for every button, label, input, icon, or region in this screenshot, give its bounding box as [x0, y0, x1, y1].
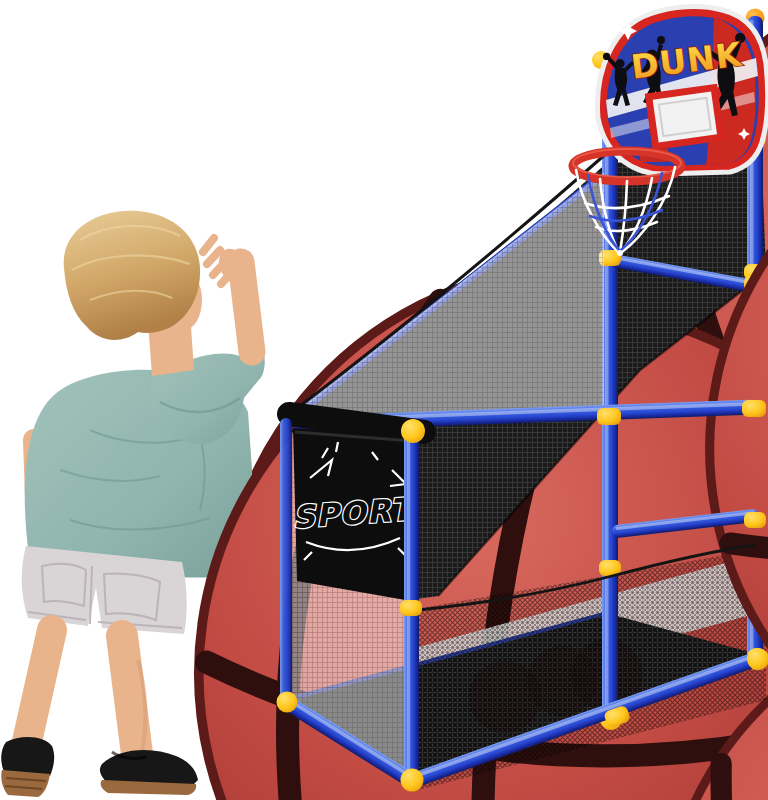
frame-post-back-left [280, 418, 292, 706]
boy-hair [64, 211, 200, 340]
scene-canvas: DUNK [0, 0, 768, 800]
product-photo: DUNK [0, 0, 768, 800]
frame-connector [401, 769, 424, 792]
ball-bag: SPORT [291, 428, 418, 601]
frame-connector [400, 600, 422, 616]
arcade-machine: DUNK [277, 7, 768, 800]
shooter-square [649, 88, 721, 147]
boy-right-shoe [100, 750, 198, 795]
frame-connector [747, 648, 768, 670]
frame-connector [597, 408, 621, 425]
boy-right-leg [122, 636, 137, 754]
frame-connector [742, 400, 766, 417]
boy-left-leg [26, 630, 52, 746]
boy-left-shoe [1, 737, 54, 797]
frame-connector [277, 692, 298, 713]
frame-connector [401, 419, 425, 443]
frame-connector [744, 512, 766, 528]
